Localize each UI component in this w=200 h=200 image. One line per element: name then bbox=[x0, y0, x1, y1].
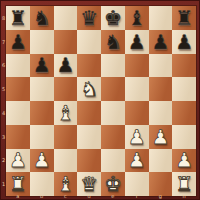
file-label-e: e bbox=[101, 194, 125, 199]
square-h6[interactable] bbox=[172, 54, 196, 78]
file-label-h: h bbox=[172, 194, 196, 199]
piece-black-pawn-f7[interactable]: ♟ bbox=[128, 32, 146, 52]
file-label-f: f bbox=[125, 194, 149, 199]
square-d5[interactable]: ♞ bbox=[77, 77, 101, 101]
piece-white-pawn-b2[interactable]: ♟ bbox=[33, 150, 51, 170]
piece-white-pawn-f3[interactable]: ♟ bbox=[128, 127, 146, 147]
piece-black-pawn-a7[interactable]: ♟ bbox=[9, 32, 27, 52]
square-d4[interactable] bbox=[77, 101, 101, 125]
square-b6[interactable]: ♟ bbox=[30, 54, 54, 78]
square-e7[interactable]: ♞ bbox=[101, 30, 125, 54]
square-c7[interactable] bbox=[54, 30, 78, 54]
square-h5[interactable] bbox=[172, 77, 196, 101]
piece-white-rook-a1[interactable]: ♜ bbox=[9, 174, 27, 194]
square-b8[interactable]: ♞ bbox=[30, 6, 54, 30]
square-e2[interactable] bbox=[101, 149, 125, 173]
piece-black-bishop-f8[interactable]: ♝ bbox=[128, 8, 146, 28]
piece-white-pawn-h2[interactable]: ♟ bbox=[175, 150, 193, 170]
square-b2[interactable]: ♟ bbox=[30, 149, 54, 173]
square-c2[interactable] bbox=[54, 149, 78, 173]
square-e8[interactable]: ♚ bbox=[101, 6, 125, 30]
piece-black-knight-b8[interactable]: ♞ bbox=[33, 8, 51, 28]
file-label-d: d bbox=[77, 194, 101, 199]
piece-black-king-e8[interactable]: ♚ bbox=[104, 8, 122, 28]
square-f8[interactable]: ♝ bbox=[125, 6, 149, 30]
square-a4[interactable] bbox=[6, 101, 30, 125]
rank-label-8: 8 bbox=[1, 6, 6, 30]
square-c4[interactable]: ♝ bbox=[54, 101, 78, 125]
rank-label-1: 1 bbox=[1, 172, 6, 196]
square-g5[interactable] bbox=[149, 77, 173, 101]
square-d8[interactable]: ♛ bbox=[77, 6, 101, 30]
piece-black-queen-d8[interactable]: ♛ bbox=[80, 8, 98, 28]
rank-label-5: 5 bbox=[1, 77, 6, 101]
piece-white-knight-d5[interactable]: ♞ bbox=[80, 79, 98, 99]
square-c3[interactable] bbox=[54, 125, 78, 149]
square-f7[interactable]: ♟ bbox=[125, 30, 149, 54]
square-h7[interactable]: ♟ bbox=[172, 30, 196, 54]
rank-label-3: 3 bbox=[1, 125, 6, 149]
square-a5[interactable] bbox=[6, 77, 30, 101]
square-c5[interactable] bbox=[54, 77, 78, 101]
square-f2[interactable]: ♟ bbox=[125, 149, 149, 173]
piece-white-bishop-c1[interactable]: ♝ bbox=[56, 174, 74, 194]
square-a7[interactable]: ♟ bbox=[6, 30, 30, 54]
square-f4[interactable] bbox=[125, 101, 149, 125]
square-g6[interactable] bbox=[149, 54, 173, 78]
square-e3[interactable] bbox=[101, 125, 125, 149]
rank-label-7: 7 bbox=[1, 30, 6, 54]
square-h2[interactable]: ♟ bbox=[172, 149, 196, 173]
square-f5[interactable] bbox=[125, 77, 149, 101]
rank-label-6: 6 bbox=[1, 54, 6, 78]
square-f3[interactable]: ♟ bbox=[125, 125, 149, 149]
square-h4[interactable] bbox=[172, 101, 196, 125]
file-label-c: c bbox=[54, 194, 78, 199]
piece-white-queen-d1[interactable]: ♛ bbox=[80, 174, 98, 194]
square-h8[interactable]: ♜ bbox=[172, 6, 196, 30]
square-e5[interactable] bbox=[101, 77, 125, 101]
file-label-g: g bbox=[149, 194, 173, 199]
square-a6[interactable] bbox=[6, 54, 30, 78]
square-e4[interactable] bbox=[101, 101, 125, 125]
square-d6[interactable] bbox=[77, 54, 101, 78]
square-a8[interactable]: ♜ bbox=[6, 6, 30, 30]
square-b3[interactable] bbox=[30, 125, 54, 149]
rank-label-4: 4 bbox=[1, 101, 6, 125]
rank-label-2: 2 bbox=[1, 149, 6, 173]
square-d3[interactable] bbox=[77, 125, 101, 149]
piece-black-knight-e7[interactable]: ♞ bbox=[104, 32, 122, 52]
square-g7[interactable]: ♟ bbox=[149, 30, 173, 54]
square-g4[interactable] bbox=[149, 101, 173, 125]
square-f6[interactable] bbox=[125, 54, 149, 78]
piece-black-rook-h8[interactable]: ♜ bbox=[175, 8, 193, 28]
piece-white-bishop-c4[interactable]: ♝ bbox=[56, 103, 74, 123]
piece-black-pawn-c6[interactable]: ♟ bbox=[56, 55, 74, 75]
square-a3[interactable] bbox=[6, 125, 30, 149]
board-frame: ♜♞♛♚♝♜♟♞♟♟♟♟♟♞♝♟♟♟♟♟♟♜♝♛♚♜ 87654321abcde… bbox=[0, 0, 200, 200]
square-g8[interactable] bbox=[149, 6, 173, 30]
piece-black-pawn-b6[interactable]: ♟ bbox=[33, 55, 51, 75]
square-d2[interactable] bbox=[77, 149, 101, 173]
piece-white-pawn-g3[interactable]: ♟ bbox=[151, 127, 169, 147]
square-b4[interactable] bbox=[30, 101, 54, 125]
square-h3[interactable] bbox=[172, 125, 196, 149]
piece-white-pawn-f2[interactable]: ♟ bbox=[128, 150, 146, 170]
piece-white-pawn-a2[interactable]: ♟ bbox=[9, 150, 27, 170]
file-label-b: b bbox=[30, 194, 54, 199]
square-g3[interactable]: ♟ bbox=[149, 125, 173, 149]
piece-black-rook-a8[interactable]: ♜ bbox=[9, 8, 27, 28]
square-d7[interactable] bbox=[77, 30, 101, 54]
square-b5[interactable] bbox=[30, 77, 54, 101]
square-e6[interactable] bbox=[101, 54, 125, 78]
square-c6[interactable]: ♟ bbox=[54, 54, 78, 78]
piece-white-king-e1[interactable]: ♚ bbox=[104, 174, 122, 194]
square-b7[interactable] bbox=[30, 30, 54, 54]
square-a2[interactable]: ♟ bbox=[6, 149, 30, 173]
piece-white-rook-h1[interactable]: ♜ bbox=[175, 174, 193, 194]
square-c8[interactable] bbox=[54, 6, 78, 30]
chess-board: ♜♞♛♚♝♜♟♞♟♟♟♟♟♞♝♟♟♟♟♟♟♜♝♛♚♜ bbox=[6, 6, 196, 196]
piece-black-pawn-g7[interactable]: ♟ bbox=[151, 32, 169, 52]
square-g2[interactable] bbox=[149, 149, 173, 173]
piece-black-pawn-h7[interactable]: ♟ bbox=[175, 32, 193, 52]
file-label-a: a bbox=[6, 194, 30, 199]
